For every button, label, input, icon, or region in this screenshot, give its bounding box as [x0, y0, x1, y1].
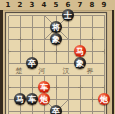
piece-red-cannon[interactable]: 炮	[98, 93, 110, 105]
column-label-9: 9	[98, 1, 110, 10]
xiangqi-board-screen: 123456789 楚河汉界 士将象马卒象车马车炮炮卒	[0, 0, 114, 114]
piece-red-cannon[interactable]: 炮	[38, 93, 50, 105]
river-char-2: 河	[37, 66, 47, 76]
river-char-4: 界	[85, 66, 95, 76]
piece-black-soldier[interactable]: 卒	[50, 105, 62, 114]
column-label-5: 5	[50, 1, 62, 10]
river-char-1: 楚	[14, 66, 24, 76]
piece-black-advisor[interactable]: 士	[62, 9, 74, 21]
piece-black-elephant[interactable]: 象	[74, 57, 86, 69]
river-char-3: 汉	[61, 66, 71, 76]
piece-black-horse[interactable]: 马	[14, 93, 26, 105]
column-label-1: 1	[2, 1, 14, 10]
piece-black-soldier[interactable]: 卒	[26, 57, 38, 69]
piece-black-general[interactable]: 将	[50, 21, 62, 33]
column-label-7: 7	[74, 1, 86, 10]
piece-black-chariot[interactable]: 车	[26, 93, 38, 105]
piece-black-elephant[interactable]: 象	[50, 33, 62, 45]
left-wood-edge	[0, 10, 3, 114]
piece-red-chariot[interactable]: 车	[38, 81, 50, 93]
piece-red-horse[interactable]: 马	[74, 45, 86, 57]
column-label-2: 2	[14, 1, 26, 10]
column-label-3: 3	[26, 1, 38, 10]
column-label-4: 4	[38, 1, 50, 10]
column-label-8: 8	[86, 1, 98, 10]
right-wood-edge	[112, 10, 115, 114]
